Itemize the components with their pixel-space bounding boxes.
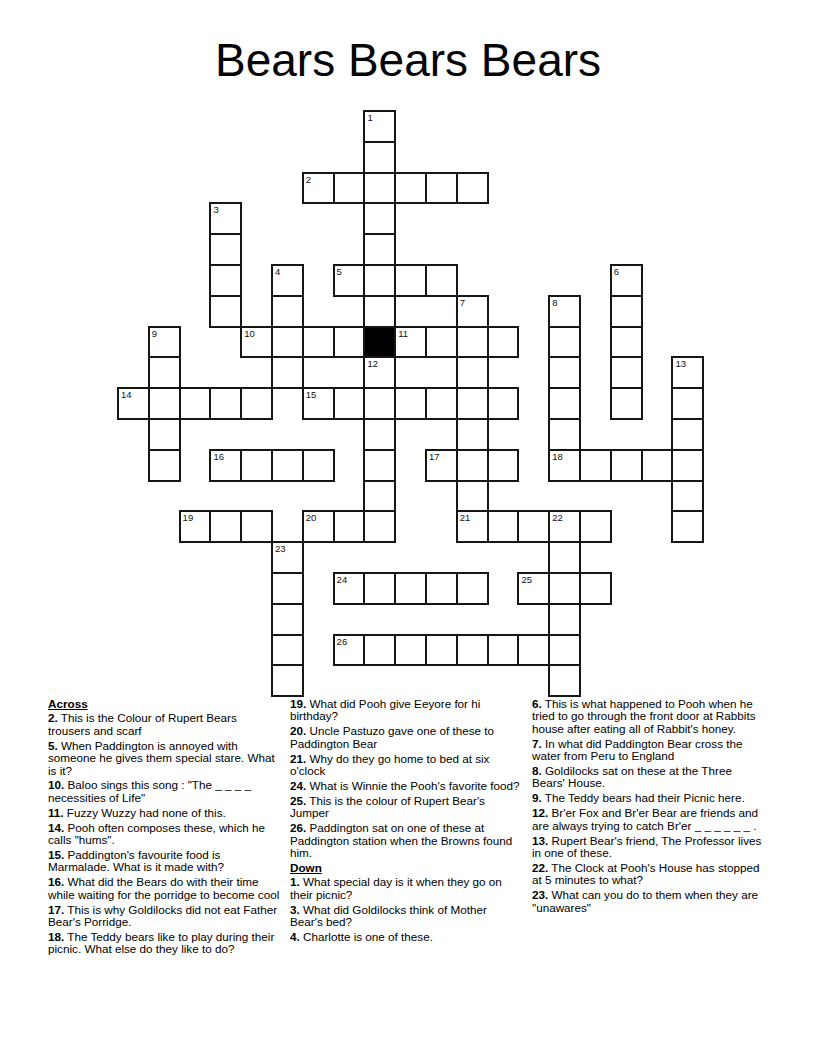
cell-number-10: 10	[244, 328, 255, 339]
cell-number-3: 3	[213, 204, 218, 215]
clue-across-2: 2. This is the Colour of Rupert Bears tr…	[48, 712, 280, 737]
cell-9-2[interactable]	[179, 387, 212, 420]
clue-number: 8.	[532, 764, 542, 777]
cell-17-11[interactable]	[456, 634, 489, 667]
cell-number-4: 4	[275, 266, 280, 277]
cell-7-7[interactable]	[333, 326, 366, 359]
clue-across-19: 19. What did Pooh give Eeyore for hi bir…	[290, 698, 522, 723]
cell-7-9[interactable]: 11	[394, 326, 427, 359]
cell-number-25: 25	[521, 574, 532, 585]
cell-7-11[interactable]	[456, 326, 489, 359]
cell-12-8[interactable]	[363, 480, 396, 513]
page-title: Bears Bears Bears	[0, 33, 816, 87]
black-cell-7-8	[363, 326, 396, 359]
clue-number: 22.	[532, 861, 548, 874]
cell-13-3[interactable]	[209, 510, 242, 543]
clue-column-3: 6. This is what happened to Pooh when he…	[532, 698, 764, 958]
cell-number-9: 9	[152, 328, 157, 339]
cell-2-9[interactable]	[394, 172, 427, 205]
cell-13-2[interactable]: 19	[179, 510, 212, 543]
clue-number: 10.	[48, 778, 64, 791]
cell-11-18[interactable]	[671, 449, 704, 482]
clue-number: 14.	[48, 821, 64, 834]
cell-17-10[interactable]	[425, 634, 458, 667]
cell-4-8[interactable]	[363, 233, 396, 266]
cell-number-13: 13	[675, 358, 686, 369]
cell-5-3[interactable]	[209, 264, 242, 297]
cell-7-4[interactable]: 10	[240, 326, 273, 359]
cell-12-18[interactable]	[671, 480, 704, 513]
clue-across-20: 20. Uncle Pastuzo gave one of these to P…	[290, 725, 522, 750]
cell-number-11: 11	[398, 328, 408, 339]
cell-number-2: 2	[306, 174, 311, 185]
cell-number-17: 17	[429, 451, 440, 462]
crossword-page: Bears Bears Bears 1234567891011121314151…	[0, 0, 816, 1056]
cell-11-10[interactable]: 17	[425, 449, 458, 482]
cell-9-1[interactable]	[148, 387, 181, 420]
cell-11-4[interactable]	[240, 449, 273, 482]
cell-5-9[interactable]	[394, 264, 427, 297]
clue-number: 23.	[532, 888, 548, 901]
cell-18-14[interactable]	[548, 664, 581, 697]
cell-number-12: 12	[367, 358, 378, 369]
cell-number-18: 18	[552, 451, 563, 462]
cell-9-10[interactable]	[425, 387, 458, 420]
cell-number-6: 6	[614, 266, 619, 277]
clue-number: 11.	[48, 806, 64, 819]
clue-number: 1.	[290, 875, 300, 888]
cell-8-11[interactable]	[456, 356, 489, 389]
cell-3-3[interactable]: 3	[209, 202, 242, 235]
cell-11-1[interactable]	[148, 449, 181, 482]
cell-2-11[interactable]	[456, 172, 489, 205]
cell-6-16[interactable]	[610, 295, 643, 328]
cell-number-26: 26	[337, 636, 348, 647]
cell-13-4[interactable]	[240, 510, 273, 543]
cell-8-18[interactable]: 13	[671, 356, 704, 389]
cell-6-11[interactable]: 7	[456, 295, 489, 328]
clue-down-12: 12. Br'er Fox and Br'er Bear are friends…	[532, 807, 764, 832]
clue-across-15: 15. Paddington's favourite food is Marma…	[48, 849, 280, 874]
clue-number: 18.	[48, 930, 64, 943]
cell-11-5[interactable]	[271, 449, 304, 482]
cell-11-15[interactable]	[579, 449, 612, 482]
cell-9-7[interactable]	[333, 387, 366, 420]
cell-16-5[interactable]	[271, 603, 304, 636]
across-header: Across	[48, 698, 280, 710]
clue-down-3: 3. What did Goldilocks think of Mother B…	[290, 904, 522, 929]
clue-number: 20.	[290, 724, 306, 737]
down-header: Down	[290, 862, 522, 874]
cell-15-14[interactable]	[548, 572, 581, 605]
clue-down-13: 13. Rupert Bear's friend, The Professor …	[532, 835, 764, 860]
cell-15-15[interactable]	[579, 572, 612, 605]
cell-7-10[interactable]	[425, 326, 458, 359]
cell-6-3[interactable]	[209, 295, 242, 328]
clue-area: Across2. This is the Colour of Rupert Be…	[48, 698, 774, 958]
cell-15-10[interactable]	[425, 572, 458, 605]
clue-number: 2.	[48, 711, 58, 724]
cell-15-9[interactable]	[394, 572, 427, 605]
cell-number-15: 15	[306, 389, 317, 400]
clue-down-7: 7. In what did Paddington Bear cross the…	[532, 738, 764, 763]
cell-9-0[interactable]: 14	[117, 387, 150, 420]
cell-5-8[interactable]	[363, 264, 396, 297]
cell-15-8[interactable]	[363, 572, 396, 605]
cell-11-17[interactable]	[641, 449, 674, 482]
cell-10-18[interactable]	[671, 418, 704, 451]
cell-16-14[interactable]	[548, 603, 581, 636]
clue-down-4: 4. Charlotte is one of these.	[290, 931, 522, 943]
cell-13-6[interactable]: 20	[302, 510, 335, 543]
cell-11-8[interactable]	[363, 449, 396, 482]
cell-3-8[interactable]	[363, 202, 396, 235]
cell-number-1: 1	[367, 112, 372, 123]
cell-number-19: 19	[183, 512, 194, 523]
clue-column-1: Across2. This is the Colour of Rupert Be…	[48, 698, 280, 958]
cell-10-14[interactable]	[548, 418, 581, 451]
cell-8-8[interactable]: 12	[363, 356, 396, 389]
cell-number-8: 8	[552, 297, 557, 308]
cell-15-7[interactable]: 24	[333, 572, 366, 605]
clue-number: 12.	[532, 806, 548, 819]
cell-2-7[interactable]	[333, 172, 366, 205]
cell-7-14[interactable]	[548, 326, 581, 359]
clue-number: 19.	[290, 697, 306, 710]
clue-across-11: 11. Fuzzy Wuzzy had none of this.	[48, 807, 280, 819]
clue-across-17: 17. This is why Goldilocks did not eat F…	[48, 904, 280, 929]
clue-column-2: 19. What did Pooh give Eeyore for hi bir…	[290, 698, 522, 958]
cell-number-24: 24	[337, 574, 348, 585]
clue-across-10: 10. Baloo sings this song : "The _ _ _ _…	[48, 779, 280, 804]
cell-1-8[interactable]	[363, 141, 396, 174]
cell-number-22: 22	[552, 512, 563, 523]
cell-7-1[interactable]: 9	[148, 326, 181, 359]
cell-8-16[interactable]	[610, 356, 643, 389]
cell-17-12[interactable]	[487, 634, 520, 667]
clue-number: 13.	[532, 834, 548, 847]
cell-number-5: 5	[337, 266, 342, 277]
cell-9-12[interactable]	[487, 387, 520, 420]
cell-17-7[interactable]: 26	[333, 634, 366, 667]
cell-11-16[interactable]	[610, 449, 643, 482]
clue-number: 3.	[290, 903, 300, 916]
cell-10-11[interactable]	[456, 418, 489, 451]
cell-9-3[interactable]	[209, 387, 242, 420]
clue-down-1: 1. What special day is it when they go o…	[290, 876, 522, 901]
cell-13-14[interactable]: 22	[548, 510, 581, 543]
cell-7-6[interactable]	[302, 326, 335, 359]
cell-4-3[interactable]	[209, 233, 242, 266]
cell-0-8[interactable]: 1	[363, 110, 396, 143]
clue-across-5: 5. When Paddington is annoyed with someo…	[48, 740, 280, 777]
cell-14-5[interactable]: 23	[271, 541, 304, 574]
clue-number: 6.	[532, 697, 542, 710]
cell-5-16[interactable]: 6	[610, 264, 643, 297]
clue-across-18: 18. The Teddy bears like to play during …	[48, 931, 280, 956]
cell-17-8[interactable]	[363, 634, 396, 667]
clue-number: 17.	[48, 903, 64, 916]
cell-11-12[interactable]	[487, 449, 520, 482]
clue-number: 9.	[532, 791, 542, 804]
cell-11-11[interactable]	[456, 449, 489, 482]
cell-9-8[interactable]	[363, 387, 396, 420]
cell-number-7: 7	[460, 297, 465, 308]
cell-7-12[interactable]	[487, 326, 520, 359]
clue-number: 4.	[290, 930, 300, 943]
cell-5-7[interactable]: 5	[333, 264, 366, 297]
clue-across-26: 26. Paddington sat on one of these at Pa…	[290, 822, 522, 859]
cell-13-13[interactable]	[517, 510, 550, 543]
cell-15-11[interactable]	[456, 572, 489, 605]
clue-down-23: 23. What can you do to them when they ar…	[532, 889, 764, 914]
clue-number: 7.	[532, 737, 542, 750]
clue-down-8: 8. Goldilocks sat on these at the Three …	[532, 765, 764, 790]
clue-down-9: 9. The Teddy bears had their Picnic here…	[532, 792, 764, 804]
cell-10-1[interactable]	[148, 418, 181, 451]
cell-11-14[interactable]: 18	[548, 449, 581, 482]
cell-17-5[interactable]	[271, 634, 304, 667]
cell-9-18[interactable]	[671, 387, 704, 420]
cell-15-13[interactable]: 25	[517, 572, 550, 605]
clue-across-21: 21. Why do they go home to bed at six o'…	[290, 753, 522, 778]
cell-8-14[interactable]	[548, 356, 581, 389]
cell-number-21: 21	[460, 512, 471, 523]
clue-number: 21.	[290, 752, 306, 765]
cell-13-7[interactable]	[333, 510, 366, 543]
cell-9-9[interactable]	[394, 387, 427, 420]
cell-17-14[interactable]	[548, 634, 581, 667]
cell-9-14[interactable]	[548, 387, 581, 420]
clue-across-16: 16. What did the Bears do with their tim…	[48, 876, 280, 901]
cell-15-5[interactable]	[271, 572, 304, 605]
cell-9-11[interactable]	[456, 387, 489, 420]
cell-2-10[interactable]	[425, 172, 458, 205]
cell-11-6[interactable]	[302, 449, 335, 482]
cell-8-5[interactable]	[271, 356, 304, 389]
cell-5-10[interactable]	[425, 264, 458, 297]
cell-9-4[interactable]	[240, 387, 273, 420]
cell-number-20: 20	[306, 512, 317, 523]
cell-18-5[interactable]	[271, 664, 304, 697]
cell-8-1[interactable]	[148, 356, 181, 389]
clue-number: 25.	[290, 794, 306, 807]
cell-13-18[interactable]	[671, 510, 704, 543]
cell-number-14: 14	[121, 389, 132, 400]
cell-10-8[interactable]	[363, 418, 396, 451]
cell-5-5[interactable]: 4	[271, 264, 304, 297]
cell-7-5[interactable]	[271, 326, 304, 359]
cell-17-13[interactable]	[517, 634, 550, 667]
cell-13-11[interactable]: 21	[456, 510, 489, 543]
clue-number: 16.	[48, 875, 64, 888]
clue-number: 5.	[48, 739, 58, 752]
cell-12-11[interactable]	[456, 480, 489, 513]
clue-across-14: 14. Pooh often composes these, which he …	[48, 822, 280, 847]
cell-6-14[interactable]: 8	[548, 295, 581, 328]
clue-across-24: 24. What is Winnie the Pooh's favorite f…	[290, 780, 522, 792]
cell-13-12[interactable]	[487, 510, 520, 543]
clue-number: 24.	[290, 779, 306, 792]
cell-number-23: 23	[275, 543, 286, 554]
cell-9-6[interactable]: 15	[302, 387, 335, 420]
cell-9-16[interactable]	[610, 387, 643, 420]
clue-down-22: 22. The Clock at Pooh's House has stoppe…	[532, 862, 764, 887]
cell-2-8[interactable]	[363, 172, 396, 205]
clue-across-25: 25. This is the colour of Rupert Bear's …	[290, 795, 522, 820]
clue-number: 26.	[290, 821, 306, 834]
cell-number-16: 16	[213, 451, 224, 462]
cell-6-5[interactable]	[271, 295, 304, 328]
cell-14-14[interactable]	[548, 541, 581, 574]
cell-7-16[interactable]	[610, 326, 643, 359]
cell-6-8[interactable]	[363, 295, 396, 328]
crossword-grid: 1234567891011121314151617181920212223242…	[117, 110, 707, 700]
cell-17-9[interactable]	[394, 634, 427, 667]
cell-11-3[interactable]: 16	[209, 449, 242, 482]
cell-13-8[interactable]	[363, 510, 396, 543]
cell-2-6[interactable]: 2	[302, 172, 335, 205]
cell-13-15[interactable]	[579, 510, 612, 543]
clue-down-6: 6. This is what happened to Pooh when he…	[532, 698, 764, 735]
clue-number: 15.	[48, 848, 64, 861]
